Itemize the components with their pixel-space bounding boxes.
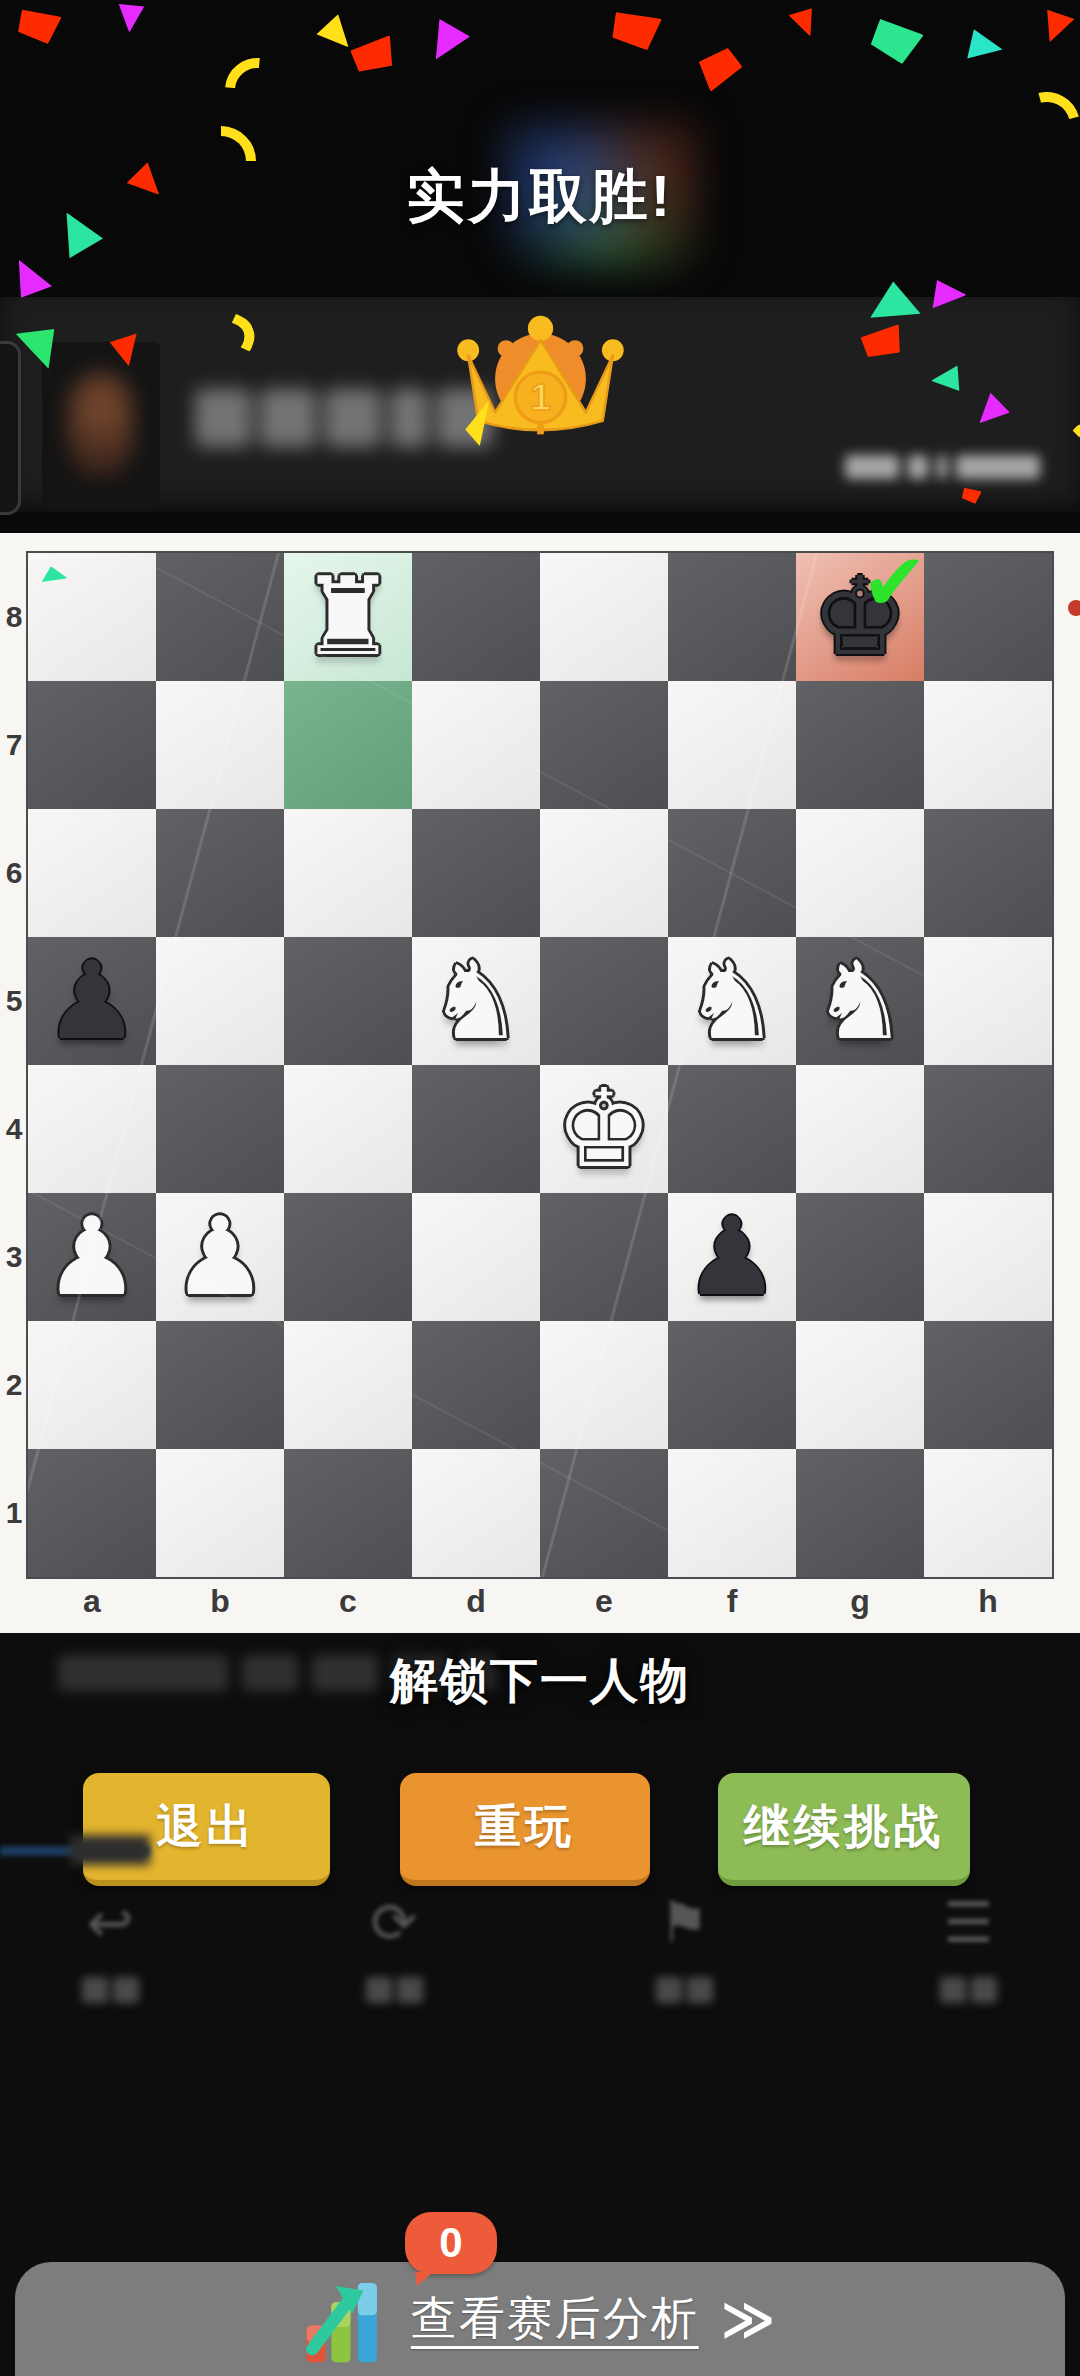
crown-rank-number: 1 (530, 377, 551, 418)
square-f2[interactable] (668, 1321, 796, 1449)
toolbar-item-replay: ⟳ (334, 1895, 454, 2003)
victory-screen: 实力取胜! 1 (0, 0, 1080, 2376)
square-c7[interactable] (284, 681, 412, 809)
rank-label-2: 2 (0, 1321, 28, 1449)
file-labels: abcdefgh (28, 1577, 1052, 1625)
celebration-header: 实力取胜! 1 (0, 0, 1080, 533)
square-d4[interactable] (412, 1065, 540, 1193)
square-h4[interactable] (924, 1065, 1052, 1193)
winner-rating-blurred (845, 455, 1040, 479)
square-f5[interactable]: ♞ (668, 937, 796, 1065)
replay-icon: ⟳ (371, 1895, 418, 1951)
victory-title: 实力取胜! (0, 158, 1080, 236)
square-a2[interactable] (28, 1321, 156, 1449)
result-overlay: 解锁下一人物 退出重玩继续挑战 ↩⟳⚑☰ 0 查看赛 (0, 1633, 1080, 2376)
toolbar-item-menu: ☰ (908, 1895, 1028, 2003)
square-h8[interactable] (924, 553, 1052, 681)
square-f7[interactable] (668, 681, 796, 809)
rank-labels: 87654321 (0, 553, 28, 1577)
square-e8[interactable] (540, 553, 668, 681)
square-c5[interactable] (284, 937, 412, 1065)
file-label-d: d (412, 1577, 540, 1625)
green-check-icon: ✔ (861, 543, 928, 623)
square-e5[interactable] (540, 937, 668, 1065)
square-g8[interactable]: ♚✔ (796, 553, 924, 681)
unlock-heading: 解锁下一人物 (0, 1649, 1080, 1713)
badge-count: 0 (439, 2219, 462, 2267)
square-d3[interactable] (412, 1193, 540, 1321)
square-c2[interactable] (284, 1321, 412, 1449)
avatar-blurred-image (68, 372, 134, 478)
chess-board[interactable]: ♜♚✔♟♞♞♞♚♟♟♟ (28, 553, 1052, 1577)
rank-label-7: 7 (0, 681, 28, 809)
square-f3[interactable]: ♟ (668, 1193, 796, 1321)
square-f4[interactable] (668, 1065, 796, 1193)
square-b2[interactable] (156, 1321, 284, 1449)
confetti-piece (114, 0, 152, 32)
square-d1[interactable] (412, 1449, 540, 1577)
square-b4[interactable] (156, 1065, 284, 1193)
square-h1[interactable] (924, 1449, 1052, 1577)
analysis-chart-icon (305, 2271, 393, 2367)
square-g5[interactable]: ♞ (796, 937, 924, 1065)
toolbar-label-blurred (366, 1977, 423, 2003)
square-h5[interactable] (924, 937, 1052, 1065)
square-d5[interactable]: ♞ (412, 937, 540, 1065)
square-d6[interactable] (412, 809, 540, 937)
square-b3[interactable]: ♟ (156, 1193, 284, 1321)
analysis-bar[interactable]: 0 查看赛后分析 ≫ (15, 2262, 1065, 2376)
square-c3[interactable] (284, 1193, 412, 1321)
toolbar-label-blurred (940, 1977, 997, 2003)
square-f8[interactable] (668, 553, 796, 681)
confetti-piece (315, 11, 354, 47)
menu-icon: ☰ (943, 1895, 993, 1951)
dimmed-label-blurred (70, 1835, 150, 1865)
rank-label-1: 1 (0, 1449, 28, 1577)
confetti-piece (786, 0, 824, 36)
white-knight: ♞ (684, 937, 781, 1065)
square-g6[interactable] (796, 809, 924, 937)
square-d8[interactable] (412, 553, 540, 681)
square-e1[interactable] (540, 1449, 668, 1577)
file-label-b: b (156, 1577, 284, 1625)
toolbar-item-takeback: ↩ (50, 1895, 170, 2003)
rank-label-5: 5 (0, 937, 28, 1065)
continue-button[interactable]: 继续挑战 (718, 1773, 970, 1886)
confetti-piece (1041, 4, 1078, 43)
square-b8[interactable] (156, 553, 284, 681)
square-e3[interactable] (540, 1193, 668, 1321)
rank-label-6: 6 (0, 809, 28, 937)
square-g2[interactable] (796, 1321, 924, 1449)
white-pawn: ♟ (44, 1193, 141, 1321)
white-pawn: ♟ (172, 1193, 269, 1321)
confetti-piece (14, 5, 61, 46)
rank-label-8: 8 (0, 553, 28, 681)
white-knight: ♞ (428, 937, 525, 1065)
confetti-piece (866, 13, 924, 66)
square-a1[interactable] (28, 1449, 156, 1577)
square-c4[interactable] (284, 1065, 412, 1193)
square-d2[interactable] (412, 1321, 540, 1449)
square-e7[interactable] (540, 681, 668, 809)
square-b1[interactable] (156, 1449, 284, 1577)
square-c6[interactable] (284, 809, 412, 937)
winner-banner: 1 (0, 297, 1080, 512)
file-label-f: f (668, 1577, 796, 1625)
file-label-g: g (796, 1577, 924, 1625)
square-e2[interactable] (540, 1321, 668, 1449)
confetti-piece (608, 6, 662, 51)
banner-left-edge (0, 341, 21, 515)
square-b7[interactable] (156, 681, 284, 809)
winner-crown-icon: 1 (448, 293, 633, 463)
file-label-c: c (284, 1577, 412, 1625)
file-label-h: h (924, 1577, 1052, 1625)
square-h2[interactable] (924, 1321, 1052, 1449)
square-g3[interactable] (796, 1193, 924, 1321)
resign-icon: ⚑ (659, 1895, 709, 1951)
square-a4[interactable] (28, 1065, 156, 1193)
rank-label-4: 4 (0, 1065, 28, 1193)
chess-board-panel: 87654321 ♜♚✔♟♞♞♞♚♟♟♟ abcdefgh (0, 533, 1080, 1633)
takeback-icon: ↩ (87, 1895, 134, 1951)
square-f6[interactable] (668, 809, 796, 937)
white-king: ♚ (556, 1065, 653, 1193)
white-knight: ♞ (812, 937, 909, 1065)
toolbar-label-blurred (82, 1977, 139, 2003)
exit-button[interactable]: 退出 (83, 1773, 330, 1886)
square-d7[interactable] (412, 681, 540, 809)
confetti-piece (695, 44, 746, 92)
confetti-piece (1002, 80, 1080, 170)
rank-label-3: 3 (0, 1193, 28, 1321)
white-rook: ♜ (300, 553, 397, 681)
square-e4[interactable]: ♚ (540, 1065, 668, 1193)
black-pawn: ♟ (44, 937, 141, 1065)
square-a8[interactable] (28, 553, 156, 681)
square-a3[interactable]: ♟ (28, 1193, 156, 1321)
square-b5[interactable] (156, 937, 284, 1065)
file-label-a: a (28, 1577, 156, 1625)
square-g7[interactable] (796, 681, 924, 809)
file-label-e: e (540, 1577, 668, 1625)
square-c8[interactable]: ♜ (284, 553, 412, 681)
square-h7[interactable] (924, 681, 1052, 809)
confetti-piece (212, 45, 302, 135)
square-a6[interactable] (28, 809, 156, 937)
square-g1[interactable] (796, 1449, 924, 1577)
notification-badge: 0 (405, 2212, 497, 2274)
winner-avatar (42, 342, 160, 507)
square-h6[interactable] (924, 809, 1052, 937)
square-f1[interactable] (668, 1449, 796, 1577)
square-g4[interactable] (796, 1065, 924, 1193)
toolbar-item-resign: ⚑ (624, 1895, 744, 2003)
analysis-link-label[interactable]: 查看赛后分析 (411, 2288, 699, 2350)
square-e6[interactable] (540, 809, 668, 937)
square-a7[interactable] (28, 681, 156, 809)
square-c1[interactable] (284, 1449, 412, 1577)
double-chevron-icon: ≫ (721, 2289, 775, 2349)
confetti-piece (432, 17, 471, 60)
confetti-piece (957, 22, 1002, 64)
toolbar-label-blurred (656, 1977, 713, 2003)
confetti-piece (349, 35, 397, 74)
square-h3[interactable] (924, 1193, 1052, 1321)
square-b6[interactable] (156, 809, 284, 937)
square-a5[interactable]: ♟ (28, 937, 156, 1065)
black-pawn: ♟ (684, 1193, 781, 1321)
replay-button[interactable]: 重玩 (400, 1773, 650, 1886)
